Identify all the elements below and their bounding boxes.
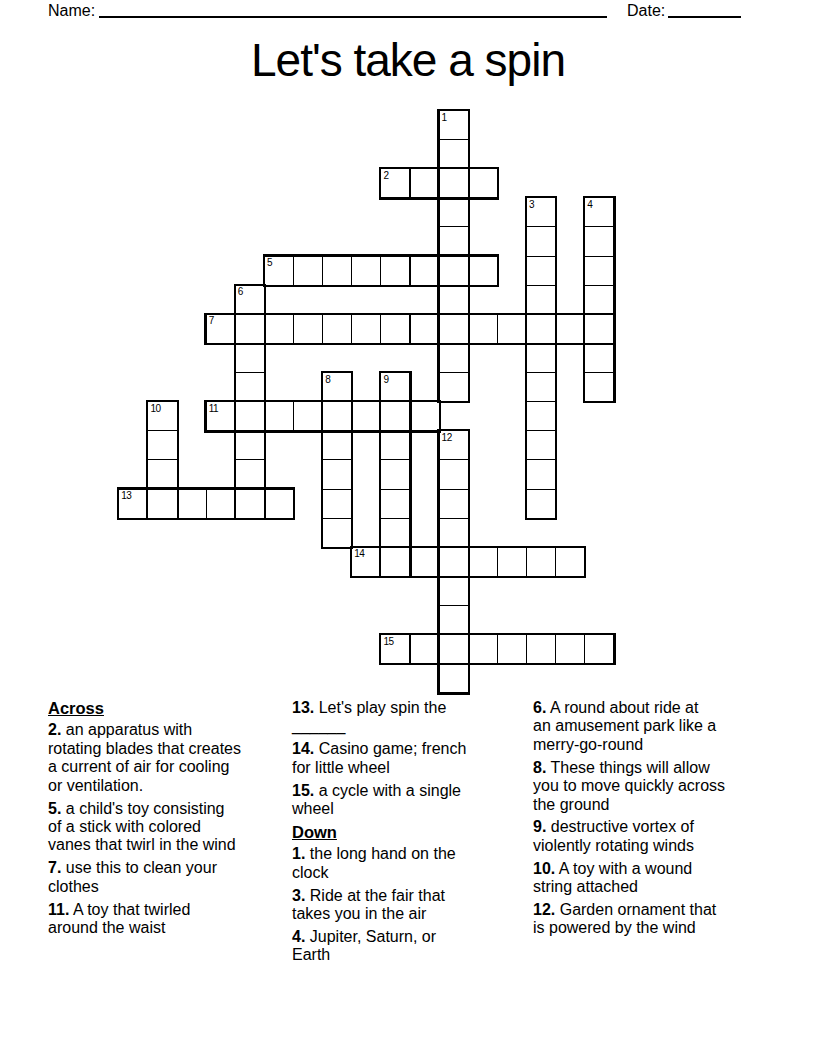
clue-number: 3. <box>292 887 305 904</box>
cell-r5c12[interactable] <box>468 256 498 286</box>
puzzle-title: Let's take a spin <box>0 33 816 87</box>
cell-r10c9[interactable] <box>380 401 410 431</box>
clue-number: 1. <box>292 845 305 862</box>
cell-r4c11[interactable] <box>439 226 469 256</box>
cell-r10c3[interactable]: 11 <box>206 401 236 431</box>
clue-across-13: 13. Let's play spin the ______ <box>292 699 522 736</box>
clue-number: 10. <box>533 860 555 877</box>
grid-number-2: 2 <box>383 170 388 181</box>
cell-r9c16[interactable] <box>584 372 614 402</box>
date-label: Date: <box>627 2 665 20</box>
cell-r7c12[interactable] <box>468 314 498 344</box>
grid-number-8: 8 <box>325 374 330 385</box>
cell-r7c15[interactable] <box>555 314 585 344</box>
crossword-worksheet-page: Name: Date: Let's take a spin 1234567891… <box>0 0 816 1056</box>
grid-number-5: 5 <box>267 257 272 268</box>
cell-r0c11[interactable]: 1 <box>439 110 469 140</box>
cell-r13c9[interactable] <box>380 489 410 519</box>
name-input-line[interactable] <box>99 16 607 18</box>
clue-across-7: 7. use this to clean your clothes <box>48 859 288 896</box>
grid-number-7: 7 <box>209 315 214 326</box>
cell-r13c11[interactable] <box>439 489 469 519</box>
cell-r7c9[interactable] <box>380 314 410 344</box>
clue-column-middle: 13. Let's play spin the ______14. Casino… <box>292 699 522 969</box>
cell-r11c9[interactable] <box>380 430 410 460</box>
clue-number: 8. <box>533 759 546 776</box>
cell-r13c14[interactable] <box>526 489 556 519</box>
cell-r7c11[interactable] <box>439 314 469 344</box>
grid-number-4: 4 <box>587 199 592 210</box>
cell-r13c1[interactable] <box>147 489 177 519</box>
grid-number-14: 14 <box>354 548 364 559</box>
grid-number-9: 9 <box>383 374 388 385</box>
cell-r5c9[interactable] <box>380 256 410 286</box>
cell-r13c5[interactable] <box>264 489 294 519</box>
cell-r6c4[interactable]: 6 <box>235 285 265 315</box>
clue-across-2: 2. an apparatus with rotating blades tha… <box>48 721 288 795</box>
cell-r4c14[interactable] <box>526 226 556 256</box>
cell-r8c11[interactable] <box>439 343 469 373</box>
down-heading: Down <box>292 823 522 841</box>
cell-r10c1[interactable]: 10 <box>147 401 177 431</box>
cell-r12c1[interactable] <box>147 459 177 489</box>
cell-r5c14[interactable] <box>526 256 556 286</box>
cell-r10c5[interactable] <box>264 401 294 431</box>
cell-r14c9[interactable] <box>380 518 410 548</box>
cell-r8c14[interactable] <box>526 343 556 373</box>
cell-r7c10[interactable] <box>410 314 440 344</box>
cell-r10c8[interactable] <box>351 401 381 431</box>
cell-r5c11[interactable] <box>439 256 469 286</box>
cell-r15c9[interactable] <box>380 547 410 577</box>
clue-number: 6. <box>533 699 546 716</box>
clue-number: 13. <box>292 699 314 716</box>
cell-r12c4[interactable] <box>235 459 265 489</box>
cell-r14c7[interactable] <box>322 518 352 548</box>
clue-number: 2. <box>48 721 61 738</box>
cell-r19c11[interactable] <box>439 663 469 693</box>
cell-r12c11[interactable] <box>439 459 469 489</box>
cell-r11c14[interactable] <box>526 430 556 460</box>
cell-r2c12[interactable] <box>468 168 498 198</box>
name-label: Name: <box>48 2 95 20</box>
cell-r13c7[interactable] <box>322 489 352 519</box>
cell-r9c11[interactable] <box>439 372 469 402</box>
cell-r6c11[interactable] <box>439 285 469 315</box>
cell-r10c7[interactable] <box>322 401 352 431</box>
cell-r13c3[interactable] <box>206 489 236 519</box>
cell-r9c4[interactable] <box>235 372 265 402</box>
cell-r15c15[interactable] <box>555 547 585 577</box>
cell-r9c7[interactable]: 8 <box>322 372 352 402</box>
cell-r3c14[interactable]: 3 <box>526 197 556 227</box>
cell-r18c14[interactable] <box>526 634 556 664</box>
clue-down-12: 12. Garden ornament that is powered by t… <box>533 901 779 938</box>
cell-r4c16[interactable] <box>584 226 614 256</box>
grid-number-15: 15 <box>383 636 393 647</box>
cell-r7c6[interactable] <box>293 314 323 344</box>
cell-r17c11[interactable] <box>439 605 469 635</box>
cell-r10c10[interactable] <box>410 401 440 431</box>
cell-r13c4[interactable] <box>235 489 265 519</box>
cell-r7c13[interactable] <box>497 314 527 344</box>
cell-r9c14[interactable] <box>526 372 556 402</box>
across-heading: Across <box>48 699 288 717</box>
clue-column-left: Across2. an apparatus with rotating blad… <box>48 699 288 942</box>
cell-r12c7[interactable] <box>322 459 352 489</box>
grid-number-6: 6 <box>238 286 243 297</box>
clue-number: 12. <box>533 901 555 918</box>
grid-number-1: 1 <box>442 112 447 123</box>
cell-r15c12[interactable] <box>468 547 498 577</box>
clue-number: 14. <box>292 740 314 757</box>
grid-number-3: 3 <box>529 199 534 210</box>
cell-r12c9[interactable] <box>380 459 410 489</box>
clue-down-1: 1. the long hand on the clock <box>292 845 522 882</box>
cell-r7c7[interactable] <box>322 314 352 344</box>
clue-column-right: 6. A round about ride at an amusement pa… <box>533 699 779 942</box>
cell-r13c0[interactable]: 13 <box>118 489 148 519</box>
clue-across-15: 15. a cycle with a single wheel <box>292 782 522 819</box>
cell-r18c11[interactable] <box>439 634 469 664</box>
cell-r18c15[interactable] <box>555 634 585 664</box>
date-input-line[interactable] <box>668 16 741 18</box>
cell-r5c10[interactable] <box>410 256 440 286</box>
cell-r3c11[interactable] <box>439 197 469 227</box>
cell-r16c11[interactable] <box>439 576 469 606</box>
clue-across-5: 5. a child's toy consisting of a stick w… <box>48 800 288 855</box>
clue-down-9: 9. destructive vortex of violently rotat… <box>533 818 779 855</box>
clue-number: 5. <box>48 800 61 817</box>
cell-r5c16[interactable] <box>584 256 614 286</box>
cell-r9c9[interactable]: 9 <box>380 372 410 402</box>
grid-number-11: 11 <box>209 403 218 414</box>
clue-number: 11. <box>48 901 69 918</box>
clue-number: 4. <box>292 928 305 945</box>
grid-number-13: 13 <box>121 490 131 501</box>
cell-r7c3[interactable]: 7 <box>206 314 236 344</box>
cell-r6c14[interactable] <box>526 285 556 315</box>
cell-r7c16[interactable] <box>584 314 614 344</box>
cell-r11c11[interactable]: 12 <box>439 430 469 460</box>
cell-r18c13[interactable] <box>497 634 527 664</box>
cell-r12c14[interactable] <box>526 459 556 489</box>
cell-r8c4[interactable] <box>235 343 265 373</box>
cell-r18c12[interactable] <box>468 634 498 664</box>
cell-r13c2[interactable] <box>177 489 207 519</box>
cell-r15c14[interactable] <box>526 547 556 577</box>
cell-r11c7[interactable] <box>322 430 352 460</box>
cell-r1c11[interactable] <box>439 139 469 169</box>
cell-r2c10[interactable] <box>410 168 440 198</box>
clue-across-14: 14. Casino game; french for little wheel <box>292 740 522 777</box>
grid-number-10: 10 <box>150 403 160 414</box>
clue-number: 7. <box>48 859 61 876</box>
cell-r5c8[interactable] <box>351 256 381 286</box>
cell-r11c1[interactable] <box>147 430 177 460</box>
cell-r18c9[interactable]: 15 <box>380 634 410 664</box>
cell-r15c8[interactable]: 14 <box>351 547 381 577</box>
cell-r7c8[interactable] <box>351 314 381 344</box>
cell-r5c6[interactable] <box>293 256 323 286</box>
cell-r15c10[interactable] <box>410 547 440 577</box>
cell-r2c9[interactable]: 2 <box>380 168 410 198</box>
cell-r8c16[interactable] <box>584 343 614 373</box>
clue-number: 9. <box>533 818 546 835</box>
cell-r7c14[interactable] <box>526 314 556 344</box>
clue-number: 15. <box>292 782 314 799</box>
cell-r14c11[interactable] <box>439 518 469 548</box>
cell-r6c16[interactable] <box>584 285 614 315</box>
grid-number-12: 12 <box>442 432 452 443</box>
cell-r10c4[interactable] <box>235 401 265 431</box>
cell-r7c5[interactable] <box>264 314 294 344</box>
cell-r7c4[interactable] <box>235 314 265 344</box>
cell-r15c13[interactable] <box>497 547 527 577</box>
cell-r10c14[interactable] <box>526 401 556 431</box>
clue-down-3: 3. Ride at the fair that takes you in th… <box>292 887 522 924</box>
cell-r5c5[interactable]: 5 <box>264 256 294 286</box>
clue-down-6: 6. A round about ride at an amusement pa… <box>533 699 779 754</box>
cell-r5c7[interactable] <box>322 256 352 286</box>
cell-r18c16[interactable] <box>584 634 614 664</box>
cell-r11c4[interactable] <box>235 430 265 460</box>
cell-r18c10[interactable] <box>410 634 440 664</box>
clue-across-11: 11. A toy that twirled around the waist <box>48 901 288 938</box>
clue-down-8: 8. These things will allow you to move q… <box>533 759 779 814</box>
clue-down-4: 4. Jupiter, Saturn, or Earth <box>292 928 522 965</box>
cell-r3c16[interactable]: 4 <box>584 197 614 227</box>
cell-r15c11[interactable] <box>439 547 469 577</box>
clue-down-10: 10. A toy with a wound string attached <box>533 860 779 897</box>
cell-r10c6[interactable] <box>293 401 323 431</box>
cell-r2c11[interactable] <box>439 168 469 198</box>
